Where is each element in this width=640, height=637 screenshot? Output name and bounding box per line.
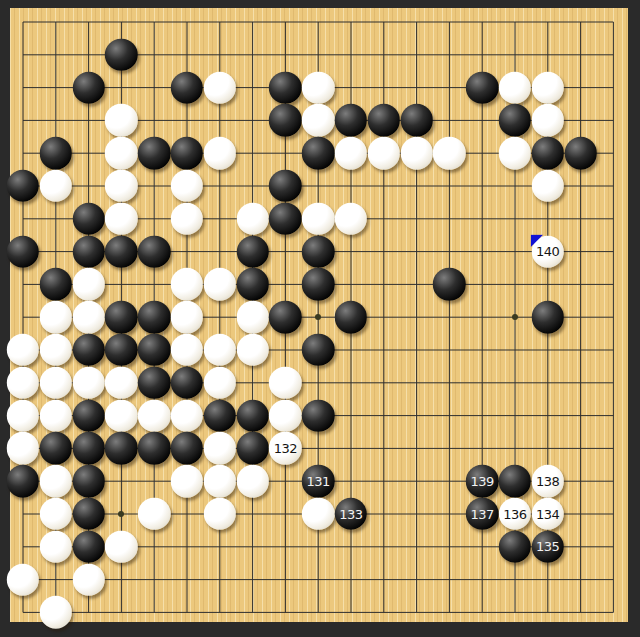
stone-black[interactable] xyxy=(72,334,104,366)
intersection[interactable] xyxy=(335,268,368,301)
intersection[interactable] xyxy=(400,170,433,203)
intersection[interactable] xyxy=(499,301,532,334)
intersection[interactable] xyxy=(269,202,302,235)
stone-white[interactable] xyxy=(40,334,72,366)
intersection[interactable] xyxy=(105,202,138,235)
stone-white[interactable] xyxy=(204,432,236,464)
stone-black[interactable] xyxy=(171,367,203,399)
intersection[interactable] xyxy=(7,38,40,71)
intersection[interactable] xyxy=(203,432,236,465)
intersection[interactable] xyxy=(39,596,72,629)
intersection[interactable] xyxy=(138,71,171,104)
intersection[interactable] xyxy=(499,268,532,301)
intersection[interactable] xyxy=(171,137,204,170)
intersection[interactable] xyxy=(400,6,433,39)
intersection[interactable] xyxy=(302,596,335,629)
intersection[interactable] xyxy=(367,596,400,629)
intersection[interactable] xyxy=(499,563,532,596)
intersection[interactable] xyxy=(203,71,236,104)
stone-black[interactable] xyxy=(72,531,104,563)
stone-black[interactable] xyxy=(302,137,334,169)
intersection[interactable] xyxy=(302,202,335,235)
intersection[interactable] xyxy=(400,235,433,268)
intersection[interactable] xyxy=(138,465,171,498)
intersection[interactable] xyxy=(7,268,40,301)
stone-black[interactable] xyxy=(302,235,334,267)
intersection[interactable] xyxy=(236,6,269,39)
intersection[interactable] xyxy=(105,498,138,531)
intersection[interactable] xyxy=(564,301,597,334)
intersection[interactable] xyxy=(302,6,335,39)
intersection[interactable] xyxy=(400,366,433,399)
intersection[interactable] xyxy=(105,268,138,301)
intersection[interactable] xyxy=(400,268,433,301)
intersection[interactable] xyxy=(564,432,597,465)
stone-black[interactable] xyxy=(72,235,104,267)
intersection[interactable] xyxy=(7,498,40,531)
intersection[interactable] xyxy=(203,268,236,301)
stone-white[interactable]: 140 xyxy=(532,235,564,267)
intersection[interactable] xyxy=(138,301,171,334)
intersection[interactable] xyxy=(39,6,72,39)
intersection[interactable] xyxy=(564,563,597,596)
intersection[interactable] xyxy=(203,334,236,367)
stone-white[interactable] xyxy=(236,301,268,333)
intersection[interactable] xyxy=(499,366,532,399)
stone-black[interactable]: 139 xyxy=(466,465,498,497)
intersection[interactable] xyxy=(269,137,302,170)
stone-black[interactable] xyxy=(269,203,301,235)
stone-black[interactable] xyxy=(269,170,301,202)
intersection[interactable] xyxy=(597,38,630,71)
intersection[interactable] xyxy=(367,38,400,71)
intersection[interactable] xyxy=(335,235,368,268)
intersection[interactable] xyxy=(7,563,40,596)
intersection[interactable] xyxy=(335,170,368,203)
stone-white[interactable] xyxy=(236,334,268,366)
intersection[interactable] xyxy=(367,71,400,104)
intersection[interactable] xyxy=(433,104,466,137)
intersection[interactable] xyxy=(171,465,204,498)
intersection[interactable] xyxy=(597,170,630,203)
intersection[interactable] xyxy=(72,498,105,531)
intersection[interactable] xyxy=(499,596,532,629)
intersection[interactable] xyxy=(335,530,368,563)
intersection[interactable] xyxy=(236,71,269,104)
stone-black[interactable] xyxy=(499,465,531,497)
intersection[interactable] xyxy=(367,432,400,465)
intersection[interactable] xyxy=(138,170,171,203)
intersection[interactable] xyxy=(7,71,40,104)
intersection[interactable] xyxy=(433,235,466,268)
intersection[interactable] xyxy=(171,399,204,432)
stone-black[interactable] xyxy=(302,334,334,366)
intersection[interactable] xyxy=(335,432,368,465)
intersection[interactable] xyxy=(597,530,630,563)
intersection[interactable] xyxy=(531,202,564,235)
intersection[interactable] xyxy=(72,596,105,629)
stone-black[interactable] xyxy=(72,399,104,431)
stone-white[interactable] xyxy=(171,334,203,366)
intersection[interactable] xyxy=(564,104,597,137)
stone-black[interactable]: 131 xyxy=(302,465,334,497)
intersection[interactable] xyxy=(531,137,564,170)
intersection[interactable] xyxy=(499,6,532,39)
intersection[interactable] xyxy=(72,202,105,235)
stone-white[interactable] xyxy=(40,531,72,563)
intersection[interactable] xyxy=(433,366,466,399)
stone-black[interactable] xyxy=(335,301,367,333)
intersection[interactable] xyxy=(564,137,597,170)
intersection[interactable] xyxy=(138,498,171,531)
intersection[interactable] xyxy=(39,170,72,203)
intersection[interactable] xyxy=(302,563,335,596)
intersection[interactable] xyxy=(72,334,105,367)
stone-black[interactable] xyxy=(72,498,104,530)
intersection[interactable] xyxy=(400,563,433,596)
intersection[interactable] xyxy=(597,563,630,596)
intersection[interactable] xyxy=(335,563,368,596)
intersection[interactable] xyxy=(236,104,269,137)
intersection[interactable] xyxy=(269,170,302,203)
stone-black[interactable] xyxy=(138,137,170,169)
intersection[interactable] xyxy=(466,432,499,465)
stone-black[interactable] xyxy=(269,301,301,333)
intersection[interactable] xyxy=(531,268,564,301)
intersection[interactable] xyxy=(39,563,72,596)
intersection[interactable] xyxy=(597,334,630,367)
stone-white[interactable] xyxy=(40,399,72,431)
intersection[interactable] xyxy=(171,6,204,39)
intersection[interactable] xyxy=(138,530,171,563)
stone-white[interactable] xyxy=(105,203,137,235)
intersection[interactable] xyxy=(564,465,597,498)
intersection[interactable] xyxy=(105,235,138,268)
stone-black[interactable] xyxy=(105,235,137,267)
stone-white[interactable] xyxy=(40,170,72,202)
stone-white[interactable] xyxy=(269,399,301,431)
stone-black[interactable] xyxy=(40,432,72,464)
intersection[interactable] xyxy=(400,465,433,498)
stone-black[interactable] xyxy=(171,432,203,464)
intersection[interactable] xyxy=(367,301,400,334)
stone-black[interactable] xyxy=(400,104,432,136)
intersection[interactable] xyxy=(203,104,236,137)
intersection[interactable] xyxy=(269,399,302,432)
intersection[interactable] xyxy=(39,399,72,432)
intersection[interactable] xyxy=(466,170,499,203)
intersection[interactable] xyxy=(597,202,630,235)
intersection[interactable] xyxy=(236,334,269,367)
stone-black[interactable] xyxy=(302,268,334,300)
intersection[interactable] xyxy=(433,301,466,334)
stone-black[interactable] xyxy=(532,137,564,169)
stone-white[interactable] xyxy=(7,432,39,464)
intersection[interactable] xyxy=(203,596,236,629)
stone-white[interactable] xyxy=(204,268,236,300)
intersection[interactable] xyxy=(105,563,138,596)
intersection[interactable] xyxy=(269,465,302,498)
stone-black[interactable] xyxy=(105,301,137,333)
intersection[interactable] xyxy=(105,366,138,399)
intersection[interactable] xyxy=(171,104,204,137)
intersection[interactable] xyxy=(302,137,335,170)
intersection[interactable] xyxy=(466,596,499,629)
intersection[interactable] xyxy=(203,399,236,432)
intersection[interactable] xyxy=(7,432,40,465)
intersection[interactable] xyxy=(367,235,400,268)
intersection[interactable] xyxy=(138,366,171,399)
stone-white[interactable] xyxy=(236,203,268,235)
intersection[interactable] xyxy=(367,334,400,367)
intersection[interactable] xyxy=(138,38,171,71)
intersection[interactable] xyxy=(564,530,597,563)
intersection[interactable] xyxy=(236,202,269,235)
intersection[interactable] xyxy=(466,6,499,39)
intersection[interactable] xyxy=(400,71,433,104)
intersection[interactable] xyxy=(433,563,466,596)
stone-white[interactable] xyxy=(302,104,334,136)
stone-white[interactable] xyxy=(302,71,334,103)
intersection[interactable] xyxy=(499,202,532,235)
intersection[interactable] xyxy=(597,235,630,268)
intersection[interactable] xyxy=(203,563,236,596)
intersection[interactable] xyxy=(138,137,171,170)
intersection[interactable] xyxy=(499,465,532,498)
intersection[interactable] xyxy=(236,498,269,531)
stone-black[interactable] xyxy=(466,71,498,103)
stone-black[interactable] xyxy=(564,137,596,169)
intersection[interactable] xyxy=(531,170,564,203)
intersection[interactable] xyxy=(335,301,368,334)
intersection[interactable] xyxy=(302,334,335,367)
intersection[interactable] xyxy=(39,71,72,104)
intersection[interactable] xyxy=(466,137,499,170)
stone-white[interactable] xyxy=(532,71,564,103)
stone-white[interactable] xyxy=(204,465,236,497)
intersection[interactable] xyxy=(433,71,466,104)
intersection[interactable] xyxy=(499,530,532,563)
stone-white[interactable] xyxy=(105,104,137,136)
intersection[interactable]: 140 xyxy=(531,235,564,268)
intersection[interactable] xyxy=(269,563,302,596)
intersection[interactable] xyxy=(39,366,72,399)
stone-white[interactable] xyxy=(105,399,137,431)
stone-black[interactable] xyxy=(236,268,268,300)
intersection[interactable] xyxy=(335,334,368,367)
intersection[interactable] xyxy=(203,530,236,563)
stone-black[interactable] xyxy=(7,235,39,267)
intersection[interactable] xyxy=(171,366,204,399)
intersection[interactable] xyxy=(400,334,433,367)
intersection[interactable] xyxy=(335,38,368,71)
intersection[interactable] xyxy=(466,399,499,432)
stone-white[interactable] xyxy=(7,399,39,431)
intersection[interactable] xyxy=(433,268,466,301)
intersection[interactable] xyxy=(269,596,302,629)
intersection[interactable] xyxy=(499,137,532,170)
intersection[interactable] xyxy=(302,366,335,399)
stone-black[interactable] xyxy=(269,71,301,103)
intersection[interactable] xyxy=(171,202,204,235)
intersection[interactable] xyxy=(433,432,466,465)
intersection[interactable] xyxy=(72,563,105,596)
intersection[interactable] xyxy=(203,137,236,170)
intersection[interactable] xyxy=(39,268,72,301)
intersection[interactable] xyxy=(564,71,597,104)
intersection[interactable] xyxy=(171,38,204,71)
intersection[interactable] xyxy=(531,366,564,399)
intersection[interactable] xyxy=(302,38,335,71)
stone-white[interactable] xyxy=(532,104,564,136)
intersection[interactable] xyxy=(367,563,400,596)
intersection[interactable] xyxy=(171,334,204,367)
intersection[interactable] xyxy=(72,170,105,203)
intersection[interactable]: 137 xyxy=(466,498,499,531)
stone-white[interactable]: 136 xyxy=(499,498,531,530)
intersection[interactable] xyxy=(7,170,40,203)
intersection[interactable] xyxy=(203,38,236,71)
intersection[interactable] xyxy=(564,6,597,39)
intersection[interactable] xyxy=(302,301,335,334)
stone-black[interactable] xyxy=(72,432,104,464)
stone-white[interactable] xyxy=(499,137,531,169)
intersection[interactable] xyxy=(236,137,269,170)
intersection[interactable] xyxy=(597,104,630,137)
intersection[interactable] xyxy=(269,498,302,531)
intersection[interactable] xyxy=(367,137,400,170)
intersection[interactable] xyxy=(367,366,400,399)
intersection[interactable] xyxy=(236,301,269,334)
stone-white[interactable] xyxy=(171,170,203,202)
stone-black[interactable] xyxy=(105,432,137,464)
stone-white[interactable] xyxy=(204,137,236,169)
stone-white[interactable] xyxy=(72,268,104,300)
intersection[interactable] xyxy=(7,465,40,498)
intersection[interactable] xyxy=(531,334,564,367)
intersection[interactable] xyxy=(269,530,302,563)
stone-white[interactable] xyxy=(138,399,170,431)
stone-black[interactable] xyxy=(40,137,72,169)
intersection[interactable] xyxy=(269,366,302,399)
intersection[interactable] xyxy=(203,6,236,39)
intersection[interactable] xyxy=(105,6,138,39)
stone-white[interactable] xyxy=(302,498,334,530)
intersection[interactable] xyxy=(433,530,466,563)
intersection[interactable] xyxy=(39,301,72,334)
intersection[interactable] xyxy=(302,432,335,465)
intersection[interactable] xyxy=(105,432,138,465)
intersection[interactable] xyxy=(39,498,72,531)
intersection[interactable] xyxy=(335,596,368,629)
intersection[interactable] xyxy=(7,6,40,39)
intersection[interactable] xyxy=(171,235,204,268)
intersection[interactable] xyxy=(531,432,564,465)
stone-black[interactable] xyxy=(138,367,170,399)
intersection[interactable] xyxy=(7,202,40,235)
intersection[interactable] xyxy=(531,38,564,71)
intersection[interactable] xyxy=(367,170,400,203)
stone-white[interactable]: 138 xyxy=(532,465,564,497)
stone-white[interactable] xyxy=(105,170,137,202)
intersection[interactable] xyxy=(597,137,630,170)
intersection[interactable] xyxy=(597,366,630,399)
intersection[interactable] xyxy=(335,366,368,399)
intersection[interactable] xyxy=(564,399,597,432)
intersection[interactable] xyxy=(203,301,236,334)
intersection[interactable] xyxy=(302,399,335,432)
intersection[interactable] xyxy=(105,596,138,629)
intersection[interactable] xyxy=(367,530,400,563)
intersection[interactable] xyxy=(7,137,40,170)
intersection[interactable] xyxy=(72,71,105,104)
intersection[interactable] xyxy=(269,38,302,71)
intersection[interactable] xyxy=(302,170,335,203)
stone-black[interactable] xyxy=(7,170,39,202)
intersection[interactable] xyxy=(138,596,171,629)
intersection[interactable] xyxy=(335,6,368,39)
intersection[interactable] xyxy=(7,530,40,563)
intersection[interactable] xyxy=(105,465,138,498)
intersection[interactable]: 133 xyxy=(335,498,368,531)
intersection[interactable] xyxy=(531,301,564,334)
intersection[interactable] xyxy=(499,399,532,432)
stone-black[interactable]: 137 xyxy=(466,498,498,530)
intersection[interactable] xyxy=(564,596,597,629)
stone-white[interactable] xyxy=(204,334,236,366)
intersection[interactable] xyxy=(302,71,335,104)
intersection[interactable] xyxy=(203,235,236,268)
stone-white[interactable] xyxy=(72,301,104,333)
intersection[interactable] xyxy=(433,334,466,367)
stone-black[interactable] xyxy=(138,334,170,366)
intersection[interactable]: 135 xyxy=(531,530,564,563)
intersection[interactable] xyxy=(72,235,105,268)
intersection[interactable] xyxy=(531,399,564,432)
intersection[interactable] xyxy=(171,268,204,301)
intersection[interactable] xyxy=(269,334,302,367)
stone-black[interactable] xyxy=(105,39,137,71)
intersection[interactable] xyxy=(72,530,105,563)
stone-white[interactable] xyxy=(499,71,531,103)
intersection[interactable] xyxy=(72,137,105,170)
stone-black[interactable]: 135 xyxy=(532,531,564,563)
intersection[interactable] xyxy=(564,334,597,367)
stone-white[interactable] xyxy=(40,301,72,333)
intersection[interactable] xyxy=(138,399,171,432)
stone-white[interactable] xyxy=(302,203,334,235)
intersection[interactable] xyxy=(105,71,138,104)
stone-white[interactable] xyxy=(204,71,236,103)
intersection[interactable] xyxy=(466,334,499,367)
intersection[interactable] xyxy=(433,399,466,432)
intersection[interactable] xyxy=(433,596,466,629)
intersection[interactable] xyxy=(236,399,269,432)
stone-black[interactable] xyxy=(138,301,170,333)
stone-black[interactable] xyxy=(138,235,170,267)
intersection[interactable]: 139 xyxy=(466,465,499,498)
intersection[interactable] xyxy=(466,563,499,596)
intersection[interactable] xyxy=(400,498,433,531)
stone-black[interactable] xyxy=(72,465,104,497)
stone-white[interactable] xyxy=(335,203,367,235)
intersection[interactable] xyxy=(203,170,236,203)
intersection[interactable] xyxy=(499,432,532,465)
intersection[interactable] xyxy=(335,71,368,104)
intersection[interactable] xyxy=(138,235,171,268)
stone-white[interactable]: 132 xyxy=(269,432,301,464)
intersection[interactable] xyxy=(105,301,138,334)
